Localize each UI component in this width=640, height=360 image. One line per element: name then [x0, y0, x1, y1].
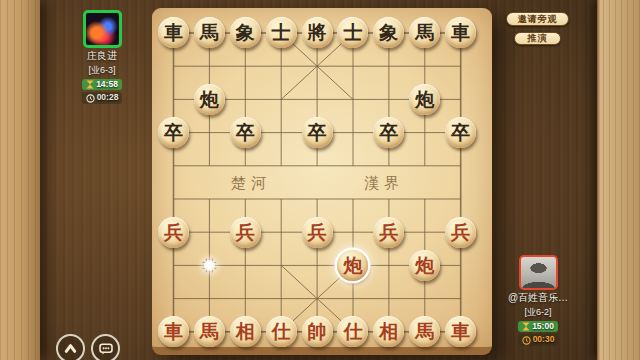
game-screen: 楚河 漢界 車馬象士將士象馬車炮炮卒卒卒卒卒兵兵兵兵兵炮炮車馬相仕帥仕相馬車 庄… [0, 0, 640, 360]
clock-icon [86, 94, 95, 103]
piece-black-將[interactable]: 將 [302, 17, 333, 48]
piece-red-仕[interactable]: 仕 [337, 316, 368, 347]
top-move-time: 00:28 [97, 93, 119, 102]
top-bank-time: 14:58 [96, 80, 118, 89]
piece-red-仕[interactable]: 仕 [266, 316, 297, 347]
pieces-layer[interactable]: 車馬象士將士象馬車炮炮卒卒卒卒卒兵兵兵兵兵炮炮車馬相仕帥仕相馬車 [156, 16, 479, 348]
piece-black-炮[interactable]: 炮 [409, 84, 440, 115]
top-player-avatar[interactable] [83, 10, 122, 48]
piece-red-兵[interactable]: 兵 [230, 217, 261, 248]
bottom-move-time: 00:30 [533, 335, 555, 344]
piece-red-相[interactable]: 相 [373, 316, 404, 347]
clock-icon [522, 336, 531, 345]
piece-black-馬[interactable]: 馬 [194, 17, 225, 48]
piece-red-炮[interactable]: 炮 [409, 250, 440, 281]
chat-bubble-icon [98, 341, 114, 357]
piece-red-兵[interactable]: 兵 [158, 217, 189, 248]
piece-black-士[interactable]: 士 [337, 17, 368, 48]
piece-black-卒[interactable]: 卒 [302, 117, 333, 148]
piece-red-兵[interactable]: 兵 [373, 217, 404, 248]
piece-black-馬[interactable]: 馬 [409, 17, 440, 48]
piece-black-卒[interactable]: 卒 [230, 117, 261, 148]
piece-red-馬[interactable]: 馬 [194, 316, 225, 347]
piece-red-帥[interactable]: 帥 [302, 316, 333, 347]
top-move-timer: 00:28 [82, 92, 123, 103]
piece-red-車[interactable]: 車 [158, 316, 189, 347]
top-player-rank: [业6-3] [88, 64, 115, 77]
piece-black-炮[interactable]: 炮 [194, 84, 225, 115]
piece-red-兵[interactable]: 兵 [302, 217, 333, 248]
hourglass-icon [522, 322, 530, 331]
chat-button[interactable] [91, 334, 120, 360]
piece-red-相[interactable]: 相 [230, 316, 261, 347]
top-bank-timer: 14:58 [82, 79, 122, 90]
chevron-up-icon [63, 341, 78, 356]
piece-red-炮[interactable]: 炮 [337, 250, 368, 281]
piece-black-士[interactable]: 士 [266, 17, 297, 48]
piece-red-車[interactable]: 車 [445, 316, 476, 347]
piece-black-車[interactable]: 車 [445, 17, 476, 48]
bottom-player-rank: [业6-2] [524, 306, 551, 319]
piece-black-卒[interactable]: 卒 [158, 117, 189, 148]
collapse-menu-button[interactable] [56, 334, 85, 360]
bottom-player-avatar[interactable] [519, 255, 558, 290]
piece-black-卒[interactable]: 卒 [373, 117, 404, 148]
player-panel-bottom: @百姓音乐… [业6-2] 15:00 00:30 [499, 255, 577, 346]
piece-black-象[interactable]: 象 [230, 17, 261, 48]
analyze-button[interactable]: 推演 [514, 32, 561, 45]
right-wood-plank [597, 0, 640, 360]
bottom-move-timer: 00:30 [518, 334, 559, 345]
bottom-bank-time: 15:00 [532, 322, 554, 331]
invite-spectators-button[interactable]: 邀请旁观 [506, 12, 569, 26]
piece-red-馬[interactable]: 馬 [409, 316, 440, 347]
top-player-name: 庄良进 [87, 49, 117, 63]
player-panel-top: 庄良进 [业6-3] 14:58 00:28 [68, 10, 136, 104]
bottom-player-name: @百姓音乐… [508, 291, 568, 305]
piece-black-卒[interactable]: 卒 [445, 117, 476, 148]
xiangqi-board[interactable]: 楚河 漢界 車馬象士將士象馬車炮炮卒卒卒卒卒兵兵兵兵兵炮炮車馬相仕帥仕相馬車 [152, 8, 492, 355]
last-move-origin-marker [203, 259, 216, 272]
piece-black-車[interactable]: 車 [158, 17, 189, 48]
hourglass-icon [86, 80, 94, 89]
left-wood-plank [0, 0, 40, 360]
piece-black-象[interactable]: 象 [373, 17, 404, 48]
bottom-bank-timer: 15:00 [518, 321, 558, 332]
piece-red-兵[interactable]: 兵 [445, 217, 476, 248]
